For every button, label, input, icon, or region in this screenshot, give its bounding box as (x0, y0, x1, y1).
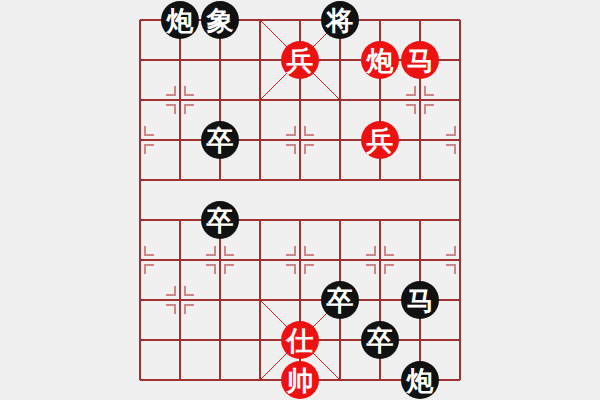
piece-black-horse[interactable]: 马 (401, 281, 439, 319)
piece-red-soldier[interactable]: 兵 (361, 121, 399, 159)
xiangqi-board: 炮象将兵炮马卒兵卒卒马仕卒帅炮 (0, 0, 600, 400)
piece-black-soldier[interactable]: 卒 (321, 281, 359, 319)
piece-black-soldier[interactable]: 卒 (201, 121, 239, 159)
piece-black-general[interactable]: 将 (321, 1, 359, 39)
xiangqi-screenshot: 炮象将兵炮马卒兵卒卒马仕卒帅炮 (0, 0, 600, 400)
piece-black-cannon[interactable]: 炮 (161, 1, 199, 39)
piece-red-general[interactable]: 帅 (281, 361, 319, 399)
piece-red-advisor[interactable]: 仕 (281, 321, 319, 359)
piece-black-elephant[interactable]: 象 (201, 1, 239, 39)
piece-black-soldier[interactable]: 卒 (201, 201, 239, 239)
piece-red-soldier[interactable]: 兵 (281, 41, 319, 79)
piece-black-cannon[interactable]: 炮 (401, 361, 439, 399)
pieces-layer: 炮象将兵炮马卒兵卒卒马仕卒帅炮 (120, 0, 480, 400)
piece-black-soldier[interactable]: 卒 (361, 321, 399, 359)
piece-red-horse[interactable]: 马 (401, 41, 439, 79)
piece-red-cannon[interactable]: 炮 (361, 41, 399, 79)
